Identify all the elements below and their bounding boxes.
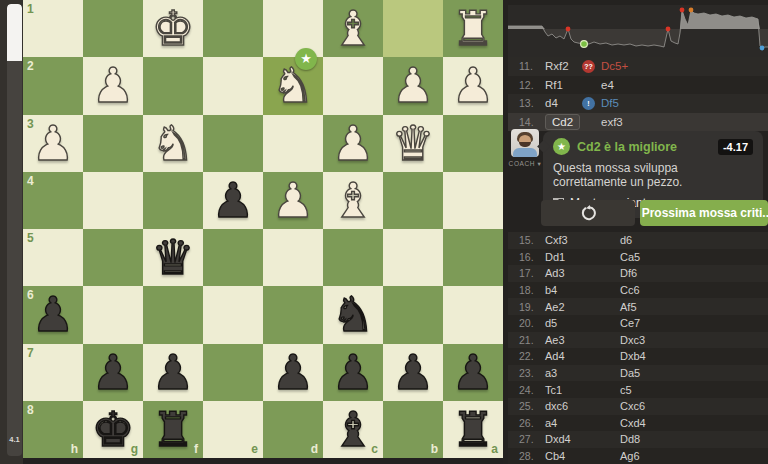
square-f3[interactable]: ♞ xyxy=(143,115,203,172)
white-move[interactable]: Cb4 xyxy=(545,450,620,462)
black-move[interactable]: Cxc6 xyxy=(620,400,768,412)
white-move[interactable]: dxc6 xyxy=(545,400,620,412)
coach-avatar[interactable] xyxy=(511,129,539,157)
next-critical-move-button[interactable]: Prossima mossa criti... xyxy=(640,200,768,226)
square-g5[interactable] xyxy=(83,229,143,286)
coach-comment: Questa mossa sviluppa correttamente un p… xyxy=(553,161,753,189)
evaluation-score: 4.1 xyxy=(7,435,22,444)
square-e2[interactable] xyxy=(203,57,263,114)
piece-wP-b2[interactable]: ♟ xyxy=(383,57,443,114)
black-move[interactable]: Da5 xyxy=(620,367,768,379)
black-move[interactable]: Dc5+ xyxy=(601,60,768,72)
black-move[interactable]: Ce7 xyxy=(620,317,768,329)
rank-label-5: 5 xyxy=(27,231,34,245)
square-f7[interactable]: ♟ xyxy=(143,344,203,401)
white-move[interactable]: Cxf3 xyxy=(545,234,620,246)
eval-graph[interactable] xyxy=(508,5,768,57)
eval-bar-white-portion xyxy=(7,4,22,61)
piece-bP-b7[interactable]: ♟ xyxy=(383,344,443,401)
graph-marker-inaccuracy xyxy=(689,8,694,13)
move-row-24[interactable]: 24.Tc1c5 xyxy=(508,381,768,398)
great-move-icon: ! xyxy=(582,97,595,110)
move-number: 18. xyxy=(519,284,545,296)
move-row-11[interactable]: 11.Rxf2??Dc5+ xyxy=(508,57,768,76)
file-label-c: c xyxy=(323,442,383,456)
square-d6[interactable] xyxy=(263,286,323,343)
white-move[interactable]: d4 xyxy=(545,97,582,109)
move-row-12[interactable]: 12.Rf1e4 xyxy=(508,76,768,95)
white-move[interactable]: Tc1 xyxy=(545,384,620,396)
square-h1[interactable]: 1 xyxy=(23,0,83,57)
square-e6[interactable] xyxy=(203,286,263,343)
move-number: 21. xyxy=(519,334,545,346)
move-row-20[interactable]: 20.d5Ce7 xyxy=(508,315,768,332)
move-number: 16. xyxy=(519,251,545,263)
file-label-d: d xyxy=(263,442,323,456)
file-label-a: a xyxy=(443,442,503,456)
square-d4[interactable]: ♟ xyxy=(263,172,323,229)
square-a1[interactable]: ♜ xyxy=(443,0,503,57)
square-a2[interactable]: ♟ xyxy=(443,57,503,114)
move-number: 12. xyxy=(519,79,545,91)
rank-label-1: 1 xyxy=(27,2,34,16)
rank-label-3: 3 xyxy=(27,117,34,131)
board-grid[interactable]: 1♚♝♜2♟♞★♟♟3♟♞♟♛4♟♟♝5♛6♟♞7♟♟♟♟♟♟8♚♜♝♜ xyxy=(23,0,503,458)
square-g6[interactable] xyxy=(83,286,143,343)
square-f4[interactable] xyxy=(143,172,203,229)
black-move[interactable]: Dd8 xyxy=(620,433,768,445)
coach-label-text: COACH xyxy=(509,160,535,167)
black-move[interactable]: Dxb4 xyxy=(620,350,768,362)
square-c4[interactable]: ♝ xyxy=(323,172,383,229)
coach-title: Cd2 è la migliore xyxy=(577,140,677,154)
square-b4[interactable] xyxy=(383,172,443,229)
move-row-14[interactable]: 14.Cd2exf3 xyxy=(508,113,768,132)
move-number: 23. xyxy=(519,367,545,379)
move-number: 15. xyxy=(519,234,545,246)
move-quality-icon-slot: ?? xyxy=(582,60,601,73)
white-move[interactable]: a3 xyxy=(545,367,620,379)
eval-score-badge: -4.17 xyxy=(718,139,753,155)
move-number: 25. xyxy=(519,400,545,412)
move-quality-icon-slot: ! xyxy=(582,97,601,110)
retry-button[interactable] xyxy=(541,200,635,226)
square-f5[interactable]: ♛ xyxy=(143,229,203,286)
square-d5[interactable] xyxy=(263,229,323,286)
move-number: 26. xyxy=(519,417,545,429)
black-move[interactable]: Df6 xyxy=(620,267,768,279)
square-a3[interactable] xyxy=(443,115,503,172)
piece-wB-c4[interactable]: ♝ xyxy=(323,172,383,229)
square-h6[interactable]: 6♟ xyxy=(23,286,83,343)
move-number: 27. xyxy=(519,433,545,445)
piece-wQ-b3[interactable]: ♛ xyxy=(383,115,443,172)
square-a5[interactable] xyxy=(443,229,503,286)
square-e3[interactable] xyxy=(203,115,263,172)
black-move[interactable]: Dxc3 xyxy=(620,334,768,346)
game-review-screen: 4.1 1♚♝♜2♟♞★♟♟3♟♞♟♛4♟♟♝5♛6♟♞7♟♟♟♟♟♟8♚♜♝♜… xyxy=(0,0,768,464)
square-h3[interactable]: 3♟ xyxy=(23,115,83,172)
square-b3[interactable]: ♛ xyxy=(383,115,443,172)
square-b5[interactable] xyxy=(383,229,443,286)
eval-graph-svg xyxy=(508,5,768,57)
chess-board[interactable]: 1♚♝♜2♟♞★♟♟3♟♞♟♛4♟♟♝5♛6♟♞7♟♟♟♟♟♟8♚♜♝♜ hgf… xyxy=(23,0,503,459)
black-move[interactable]: e4 xyxy=(601,79,768,91)
square-e1[interactable] xyxy=(203,0,263,57)
square-d7[interactable]: ♟ xyxy=(263,344,323,401)
black-move[interactable]: Cc6 xyxy=(620,284,768,296)
square-a7[interactable]: ♟ xyxy=(443,344,503,401)
rank-label-7: 7 xyxy=(27,346,34,360)
square-c3[interactable]: ♟ xyxy=(323,115,383,172)
move-row-15[interactable]: 15.Cxf3d6 xyxy=(508,232,768,249)
move-row-26[interactable]: 26.a4Cxd4 xyxy=(508,415,768,432)
move-number: 13. xyxy=(519,97,545,109)
avatar-shirt xyxy=(513,148,537,157)
black-move[interactable]: c5 xyxy=(620,384,768,396)
square-h7[interactable]: 7 xyxy=(23,344,83,401)
black-move[interactable]: exf3 xyxy=(601,116,768,128)
file-label-b: b xyxy=(383,442,443,456)
square-g1[interactable] xyxy=(83,0,143,57)
piece-bP-a7[interactable]: ♟ xyxy=(443,344,503,401)
square-c7[interactable]: ♟ xyxy=(323,344,383,401)
square-g7[interactable]: ♟ xyxy=(83,344,143,401)
eval-bar-column: 4.1 xyxy=(0,0,23,464)
piece-bP-d7[interactable]: ♟ xyxy=(263,344,323,401)
piece-wN-f3[interactable]: ♞ xyxy=(143,115,203,172)
piece-bP-f7[interactable]: ♟ xyxy=(143,344,203,401)
square-f1[interactable]: ♚ xyxy=(143,0,203,57)
black-move[interactable]: Ca5 xyxy=(620,251,768,263)
analysis-panel: 11.Rxf2??Dc5+12.Rf1e413.d4!Df514.Cd2exf3… xyxy=(503,0,768,464)
square-g4[interactable] xyxy=(83,172,143,229)
piece-wB-c1[interactable]: ♝ xyxy=(323,0,383,57)
square-h4[interactable]: 4 xyxy=(23,172,83,229)
graph-marker-blunder xyxy=(666,27,671,32)
square-d2[interactable]: ♞★ xyxy=(263,57,323,114)
white-move[interactable]: a4 xyxy=(545,417,620,429)
avatar-beard xyxy=(519,142,531,147)
move-row-27[interactable]: 27.Dxd4Dd8 xyxy=(508,431,768,448)
square-e7[interactable] xyxy=(203,344,263,401)
square-e5[interactable] xyxy=(203,229,263,286)
piece-wK-f1[interactable]: ♚ xyxy=(143,0,203,57)
move-row-16[interactable]: 16.Dd1Ca5 xyxy=(508,249,768,266)
square-a4[interactable] xyxy=(443,172,503,229)
piece-wP-g2[interactable]: ♟ xyxy=(83,57,143,114)
white-move[interactable]: Ad3 xyxy=(545,267,620,279)
graph-marker-current-move-best xyxy=(581,41,588,48)
white-move[interactable]: d5 xyxy=(545,317,620,329)
file-label-f: f xyxy=(143,442,203,456)
evaluation-bar: 4.1 xyxy=(7,4,22,456)
rank-label-8: 8 xyxy=(27,403,34,417)
black-move[interactable]: Cxd4 xyxy=(620,417,768,429)
bubble-tail xyxy=(537,140,550,153)
move-list-top: 11.Rxf2??Dc5+12.Rf1e413.d4!Df514.Cd2exf3 xyxy=(508,57,768,131)
square-f2[interactable] xyxy=(143,57,203,114)
move-number: 20. xyxy=(519,317,545,329)
piece-bQ-f5[interactable]: ♛ xyxy=(143,229,203,286)
white-move[interactable]: Ae2 xyxy=(545,301,620,313)
graph-marker-great-move xyxy=(760,46,765,51)
move-number: 14. xyxy=(519,116,545,128)
square-b2[interactable]: ♟ xyxy=(383,57,443,114)
move-number: 19. xyxy=(519,301,545,313)
file-label-g: g xyxy=(83,442,143,456)
square-d1[interactable] xyxy=(263,0,323,57)
square-b7[interactable]: ♟ xyxy=(383,344,443,401)
graph-marker-blunder xyxy=(680,8,685,13)
white-move[interactable]: Cd2 xyxy=(545,114,582,130)
chevron-down-icon: ▾ xyxy=(538,160,542,167)
black-move[interactable]: Af5 xyxy=(620,301,768,313)
move-number: 28. xyxy=(519,450,545,462)
move-number: 24. xyxy=(519,384,545,396)
move-row-13[interactable]: 13.d4!Df5 xyxy=(508,94,768,113)
square-f6[interactable] xyxy=(143,286,203,343)
coach-toggle[interactable]: COACH ▾ xyxy=(508,160,542,168)
move-row-17[interactable]: 17.Ad3Df6 xyxy=(508,265,768,282)
file-label-e: e xyxy=(203,442,263,456)
blunder-icon: ?? xyxy=(582,60,595,73)
piece-bP-e4[interactable]: ♟ xyxy=(203,172,263,229)
file-label-h: h xyxy=(23,442,83,456)
white-move[interactable]: Ae3 xyxy=(545,334,620,346)
piece-wP-a2[interactable]: ♟ xyxy=(443,57,503,114)
black-move[interactable]: Df5 xyxy=(601,97,768,109)
square-g3[interactable] xyxy=(83,115,143,172)
white-move[interactable]: Rxf2 xyxy=(545,60,582,72)
move-row-19[interactable]: 19.Ae2Af5 xyxy=(508,298,768,315)
move-number: 17. xyxy=(519,267,545,279)
move-row-25[interactable]: 25.dxc6Cxc6 xyxy=(508,398,768,415)
piece-wR-a1[interactable]: ♜ xyxy=(443,0,503,57)
graph-marker-blunder xyxy=(566,27,571,32)
piece-bP-c7[interactable]: ♟ xyxy=(323,344,383,401)
black-move[interactable]: Ag6 xyxy=(620,450,768,462)
move-row-18[interactable]: 18.b4Cc6 xyxy=(508,282,768,299)
square-c2[interactable] xyxy=(323,57,383,114)
move-row-21[interactable]: 21.Ae3Dxc3 xyxy=(508,332,768,349)
white-move[interactable]: Dd1 xyxy=(545,251,620,263)
square-h2[interactable]: 2 xyxy=(23,57,83,114)
square-g2[interactable]: ♟ xyxy=(83,57,143,114)
piece-bP-g7[interactable]: ♟ xyxy=(83,344,143,401)
white-move[interactable]: Ad4 xyxy=(545,350,620,362)
square-b6[interactable] xyxy=(383,286,443,343)
square-b1[interactable] xyxy=(383,0,443,57)
square-h5[interactable]: 5 xyxy=(23,229,83,286)
rank-label-2: 2 xyxy=(27,59,34,73)
square-d3[interactable] xyxy=(263,115,323,172)
rank-label-4: 4 xyxy=(27,174,34,188)
move-row-28[interactable]: 28.Cb4Ag6 xyxy=(508,448,768,464)
piece-wP-c3[interactable]: ♟ xyxy=(323,115,383,172)
square-c6[interactable]: ♞ xyxy=(323,286,383,343)
white-move[interactable]: b4 xyxy=(545,284,620,296)
square-a6[interactable] xyxy=(443,286,503,343)
rank-label-6: 6 xyxy=(27,288,34,302)
square-e4[interactable]: ♟ xyxy=(203,172,263,229)
black-move[interactable]: d6 xyxy=(620,234,768,246)
best-move-star-icon: ★ xyxy=(553,138,570,155)
move-number: 11. xyxy=(519,60,545,72)
current-move-box[interactable]: Cd2 xyxy=(545,114,580,130)
piece-bN-c6[interactable]: ♞ xyxy=(323,286,383,343)
square-c1[interactable]: ♝ xyxy=(323,0,383,57)
white-move[interactable]: Rf1 xyxy=(545,79,582,91)
white-move[interactable]: Dxd4 xyxy=(545,433,620,445)
move-number: 22. xyxy=(519,350,545,362)
move-row-23[interactable]: 23.a3Da5 xyxy=(508,365,768,382)
move-row-22[interactable]: 22.Ad4Dxb4 xyxy=(508,348,768,365)
rotate-ccw-icon xyxy=(580,205,596,221)
piece-wP-d4[interactable]: ♟ xyxy=(263,172,323,229)
next-critical-move-label: Prossima mossa criti... xyxy=(642,206,768,220)
square-c5[interactable] xyxy=(323,229,383,286)
move-list-bottom: 15.Cxf3d616.Dd1Ca517.Ad3Df618.b4Cc619.Ae… xyxy=(508,232,768,464)
